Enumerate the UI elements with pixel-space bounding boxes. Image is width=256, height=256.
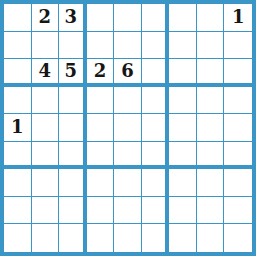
- cell-r6c6[interactable]: [142, 142, 170, 170]
- cell-r8c6[interactable]: [142, 197, 170, 225]
- given-digit: 3: [65, 8, 78, 26]
- cell-r7c9[interactable]: [224, 169, 252, 197]
- cell-r6c9[interactable]: [224, 142, 252, 170]
- cell-r4c1[interactable]: [4, 87, 32, 115]
- cell-r8c7[interactable]: [169, 197, 197, 225]
- given-digit: 1: [11, 118, 24, 136]
- cell-r8c8[interactable]: [197, 197, 225, 225]
- cell-r1c5[interactable]: [114, 4, 142, 32]
- given-digit: 4: [39, 62, 52, 80]
- cell-r1c3[interactable]: 3: [59, 4, 87, 32]
- cell-r2c7[interactable]: [169, 32, 197, 60]
- cell-r3c8[interactable]: [197, 59, 225, 87]
- cell-r4c2[interactable]: [32, 87, 60, 115]
- cell-r1c7[interactable]: [169, 4, 197, 32]
- cell-r4c6[interactable]: [142, 87, 170, 115]
- cell-r1c6[interactable]: [142, 4, 170, 32]
- cell-r9c2[interactable]: [32, 224, 60, 252]
- cell-r4c3[interactable]: [59, 87, 87, 115]
- cell-r7c4[interactable]: [87, 169, 115, 197]
- cell-r1c4[interactable]: [87, 4, 115, 32]
- cell-r7c3[interactable]: [59, 169, 87, 197]
- cell-r2c6[interactable]: [142, 32, 170, 60]
- cell-r9c7[interactable]: [169, 224, 197, 252]
- cell-r5c1[interactable]: 1: [4, 114, 32, 142]
- cell-r9c3[interactable]: [59, 224, 87, 252]
- cell-r7c7[interactable]: [169, 169, 197, 197]
- cell-r5c7[interactable]: [169, 114, 197, 142]
- cell-r2c3[interactable]: [59, 32, 87, 60]
- sudoku-board: 23145261: [0, 0, 256, 256]
- cell-r5c9[interactable]: [224, 114, 252, 142]
- cell-r5c6[interactable]: [142, 114, 170, 142]
- cell-r5c4[interactable]: [87, 114, 115, 142]
- cell-r1c8[interactable]: [197, 4, 225, 32]
- cell-r4c5[interactable]: [114, 87, 142, 115]
- cell-r9c6[interactable]: [142, 224, 170, 252]
- cell-r9c1[interactable]: [4, 224, 32, 252]
- given-digit: 2: [94, 62, 107, 80]
- cell-r3c9[interactable]: [224, 59, 252, 87]
- cell-r8c3[interactable]: [59, 197, 87, 225]
- cell-r8c5[interactable]: [114, 197, 142, 225]
- cell-r6c8[interactable]: [197, 142, 225, 170]
- cell-r7c2[interactable]: [32, 169, 60, 197]
- cell-r8c4[interactable]: [87, 197, 115, 225]
- given-digit: 6: [121, 62, 134, 80]
- cell-r6c7[interactable]: [169, 142, 197, 170]
- cell-r5c8[interactable]: [197, 114, 225, 142]
- cell-r2c8[interactable]: [197, 32, 225, 60]
- cell-r1c2[interactable]: 2: [32, 4, 60, 32]
- cell-r9c4[interactable]: [87, 224, 115, 252]
- cell-r3c1[interactable]: [4, 59, 32, 87]
- cell-r4c7[interactable]: [169, 87, 197, 115]
- cell-r4c9[interactable]: [224, 87, 252, 115]
- cell-r4c4[interactable]: [87, 87, 115, 115]
- cell-r8c9[interactable]: [224, 197, 252, 225]
- cell-r9c9[interactable]: [224, 224, 252, 252]
- cell-r2c4[interactable]: [87, 32, 115, 60]
- cell-r3c3[interactable]: 5: [59, 59, 87, 87]
- cell-r3c6[interactable]: [142, 59, 170, 87]
- cell-r9c5[interactable]: [114, 224, 142, 252]
- cell-r7c5[interactable]: [114, 169, 142, 197]
- cell-r6c1[interactable]: [4, 142, 32, 170]
- cell-r8c2[interactable]: [32, 197, 60, 225]
- cell-r2c5[interactable]: [114, 32, 142, 60]
- cell-r3c5[interactable]: 6: [114, 59, 142, 87]
- cell-r2c1[interactable]: [4, 32, 32, 60]
- cell-r7c6[interactable]: [142, 169, 170, 197]
- cell-r3c4[interactable]: 2: [87, 59, 115, 87]
- cell-r6c4[interactable]: [87, 142, 115, 170]
- cell-r7c1[interactable]: [4, 169, 32, 197]
- given-digit: 2: [39, 8, 52, 26]
- cell-r5c3[interactable]: [59, 114, 87, 142]
- cell-r3c2[interactable]: 4: [32, 59, 60, 87]
- cell-r4c8[interactable]: [197, 87, 225, 115]
- cell-r8c1[interactable]: [4, 197, 32, 225]
- given-digit: 1: [232, 8, 245, 26]
- cell-r2c9[interactable]: [224, 32, 252, 60]
- cell-r6c3[interactable]: [59, 142, 87, 170]
- cell-r5c5[interactable]: [114, 114, 142, 142]
- cell-r3c7[interactable]: [169, 59, 197, 87]
- cell-r7c8[interactable]: [197, 169, 225, 197]
- cell-r9c8[interactable]: [197, 224, 225, 252]
- given-digit: 5: [65, 62, 78, 80]
- cell-r1c9[interactable]: 1: [224, 4, 252, 32]
- cell-r1c1[interactable]: [4, 4, 32, 32]
- cell-r2c2[interactable]: [32, 32, 60, 60]
- cell-r6c5[interactable]: [114, 142, 142, 170]
- cell-r6c2[interactable]: [32, 142, 60, 170]
- cell-r5c2[interactable]: [32, 114, 60, 142]
